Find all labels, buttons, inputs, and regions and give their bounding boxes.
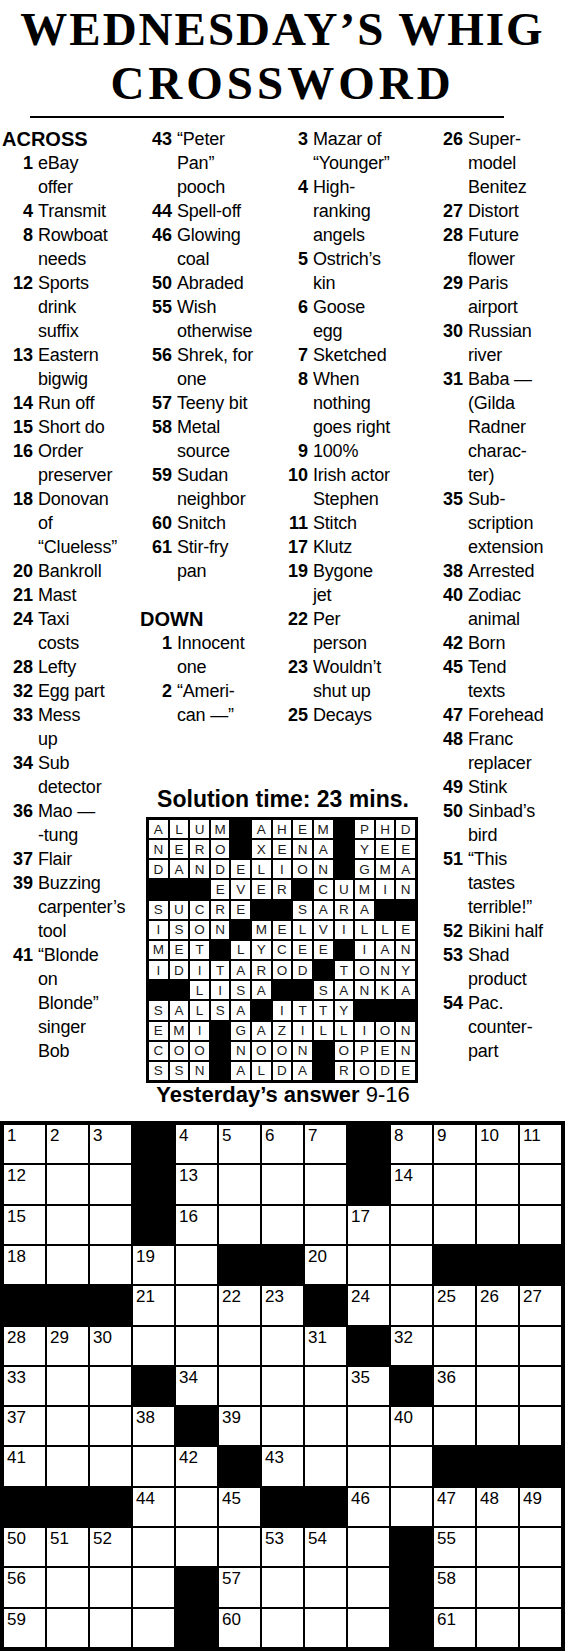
clue-57: 57Teeny bit bbox=[140, 391, 280, 415]
puzzle-cell[interactable] bbox=[261, 1326, 304, 1366]
clue-37: 37Flair bbox=[2, 847, 136, 871]
puzzle-cell[interactable]: 56 bbox=[3, 1567, 46, 1607]
puzzle-cell[interactable]: 6 bbox=[261, 1124, 304, 1164]
cell-number: 56 bbox=[7, 1569, 26, 1588]
clue-number: 35 bbox=[428, 487, 463, 511]
clue-46: 46Glowing coal bbox=[140, 223, 280, 271]
puzzle-cell[interactable]: 4 bbox=[175, 1124, 218, 1164]
puzzle-cell[interactable]: 38 bbox=[132, 1406, 175, 1446]
puzzle-cell[interactable]: 53 bbox=[261, 1527, 304, 1567]
clue-text: Order preserver bbox=[38, 439, 112, 487]
puzzle-cell[interactable]: 16 bbox=[175, 1205, 218, 1245]
puzzle-cell[interactable]: 44 bbox=[132, 1487, 175, 1527]
puzzle-cell-black bbox=[218, 1245, 261, 1285]
puzzle-cell[interactable] bbox=[519, 1366, 562, 1406]
clue-31: 31Baba — (Gilda Radner charac- ter) bbox=[428, 367, 565, 487]
puzzle-cell-black bbox=[390, 1608, 433, 1648]
puzzle-cell[interactable]: 61 bbox=[433, 1608, 476, 1648]
solution-cell: M bbox=[251, 920, 272, 940]
puzzle-cell[interactable] bbox=[132, 1527, 175, 1567]
clue-number: 53 bbox=[428, 943, 463, 967]
puzzle-cell[interactable] bbox=[476, 1567, 519, 1607]
clue-55: 55Wish otherwise bbox=[140, 295, 280, 343]
puzzle-cell[interactable] bbox=[132, 1567, 175, 1607]
solution-cell: K bbox=[375, 980, 396, 1000]
solution-cell: N bbox=[189, 1061, 210, 1081]
clue-number: 50 bbox=[428, 799, 463, 823]
clue-text: Wish otherwise bbox=[177, 295, 252, 343]
solution-cell-black bbox=[210, 940, 231, 960]
clue-4: 4High- ranking angels bbox=[282, 175, 422, 247]
puzzle-cell[interactable] bbox=[218, 1366, 261, 1406]
clue-text: Eastern bigwig bbox=[38, 343, 99, 391]
solution-grid: ALUMAHEMPHDNEROXENAYEEDANDELIONGMAEVERCU… bbox=[146, 817, 418, 1083]
puzzle-cell[interactable] bbox=[132, 1326, 175, 1366]
puzzle-cell[interactable] bbox=[175, 1527, 218, 1567]
puzzle-cell[interactable] bbox=[218, 1164, 261, 1204]
clue-34: 34Sub detector bbox=[2, 751, 136, 799]
puzzle-cell[interactable] bbox=[261, 1164, 304, 1204]
puzzle-cell[interactable]: 3 bbox=[89, 1124, 132, 1164]
solution-cell: Y bbox=[354, 839, 375, 859]
puzzle-cell[interactable] bbox=[175, 1245, 218, 1285]
clue-47: 47Forehead bbox=[428, 703, 565, 727]
solution-cell-black bbox=[169, 980, 190, 1000]
clue-text: Glowing coal bbox=[177, 223, 241, 271]
puzzle-cell[interactable] bbox=[519, 1608, 562, 1648]
puzzle-cell[interactable] bbox=[519, 1567, 562, 1607]
clue-text: Shad product bbox=[468, 943, 527, 991]
puzzle-cell[interactable] bbox=[347, 1406, 390, 1446]
clue-text: Stir-fry pan bbox=[177, 535, 228, 583]
clue-41: 41“Blonde on Blonde” singer Bob bbox=[2, 943, 136, 1063]
puzzle-cell[interactable]: 34 bbox=[175, 1366, 218, 1406]
puzzle-cell[interactable] bbox=[390, 1245, 433, 1285]
puzzle-cell[interactable] bbox=[46, 1366, 89, 1406]
clue-8: 8Rowboat needs bbox=[2, 223, 136, 271]
puzzle-cell[interactable]: 29 bbox=[46, 1326, 89, 1366]
puzzle-cell[interactable]: 22 bbox=[218, 1285, 261, 1325]
puzzle-cell[interactable] bbox=[390, 1487, 433, 1527]
clue-number: 21 bbox=[2, 583, 33, 607]
puzzle-cell[interactable]: 35 bbox=[347, 1366, 390, 1406]
puzzle-cell[interactable] bbox=[304, 1164, 347, 1204]
puzzle-cell[interactable]: 42 bbox=[175, 1446, 218, 1486]
puzzle-cell[interactable] bbox=[46, 1205, 89, 1245]
clue-43: 43“Peter Pan” pooch bbox=[140, 127, 280, 199]
clue-text: Sudan neighbor bbox=[177, 463, 245, 511]
clue-text: Abraded bbox=[177, 271, 244, 295]
clue-text: Distort bbox=[468, 199, 519, 223]
puzzle-cell-black bbox=[175, 1608, 218, 1648]
clue-number: 48 bbox=[428, 727, 463, 751]
puzzle-cell[interactable]: 24 bbox=[347, 1285, 390, 1325]
puzzle-cell[interactable]: 19 bbox=[132, 1245, 175, 1285]
solution-cell: I bbox=[189, 1021, 210, 1041]
puzzle-cell[interactable]: 52 bbox=[89, 1527, 132, 1567]
solution-cell: A bbox=[251, 819, 272, 839]
clue-text: Shrek, for one bbox=[177, 343, 253, 391]
cell-number: 4 bbox=[179, 1126, 188, 1145]
puzzle-cell[interactable] bbox=[433, 1164, 476, 1204]
clue-text: High- ranking angels bbox=[313, 175, 371, 247]
clue-9: 9100% bbox=[282, 439, 422, 463]
clue-number: 23 bbox=[282, 655, 308, 679]
puzzle-cell[interactable] bbox=[89, 1205, 132, 1245]
clue-10: 10Irish actor Stephen bbox=[282, 463, 422, 511]
cell-number: 48 bbox=[480, 1489, 499, 1508]
clue-5: 5Ostrich’s kin bbox=[282, 247, 422, 295]
puzzle-cell[interactable] bbox=[261, 1205, 304, 1245]
solution-cell: I bbox=[148, 960, 169, 980]
puzzle-cell[interactable]: 31 bbox=[304, 1326, 347, 1366]
solution-cell: A bbox=[251, 980, 272, 1000]
puzzle-cell[interactable]: 40 bbox=[390, 1406, 433, 1446]
puzzle-cell[interactable] bbox=[46, 1446, 89, 1486]
solution-cell: E bbox=[313, 940, 334, 960]
puzzle-cell[interactable] bbox=[46, 1567, 89, 1607]
puzzle-cell[interactable] bbox=[261, 1366, 304, 1406]
clue-text: Stitch bbox=[313, 511, 357, 535]
clue-text: Sports drink suffix bbox=[38, 271, 89, 343]
yesterday-answer-caption: Yesterday’s answer 9-16 bbox=[130, 1082, 436, 1108]
solution-cell: E bbox=[395, 1061, 416, 1081]
puzzle-cell[interactable] bbox=[132, 1608, 175, 1648]
cell-number: 39 bbox=[222, 1408, 241, 1427]
cell-number: 6 bbox=[265, 1126, 274, 1145]
clue-text: Forehead bbox=[468, 703, 543, 727]
puzzle-cell-black bbox=[347, 1164, 390, 1204]
solution-cell-black bbox=[313, 1041, 334, 1061]
puzzle-cell[interactable] bbox=[46, 1406, 89, 1446]
puzzle-cell[interactable]: 11 bbox=[519, 1124, 562, 1164]
puzzle-cell[interactable]: 10 bbox=[476, 1124, 519, 1164]
clue-number: 43 bbox=[140, 127, 172, 151]
clue-text: Franc replacer bbox=[468, 727, 531, 775]
solution-cell: O bbox=[375, 1021, 396, 1041]
puzzle-cell[interactable]: 8 bbox=[390, 1124, 433, 1164]
puzzle-cell[interactable] bbox=[476, 1608, 519, 1648]
solution-cell: A bbox=[292, 1061, 313, 1081]
puzzle-cell[interactable] bbox=[433, 1326, 476, 1366]
puzzle-cell[interactable] bbox=[89, 1245, 132, 1285]
solution-cell: O bbox=[354, 960, 375, 980]
solution-cell: E bbox=[375, 839, 396, 859]
clue-number: 34 bbox=[2, 751, 33, 775]
clue-number: 38 bbox=[428, 559, 463, 583]
puzzle-cell[interactable] bbox=[476, 1406, 519, 1446]
solution-cell: O bbox=[210, 839, 231, 859]
clue-text: Mao — -tung bbox=[38, 799, 95, 847]
puzzle-cell[interactable] bbox=[433, 1406, 476, 1446]
puzzle-cell[interactable] bbox=[476, 1527, 519, 1567]
solution-cell: D bbox=[169, 960, 190, 980]
puzzle-cell[interactable]: 47 bbox=[433, 1487, 476, 1527]
puzzle-cell[interactable]: 59 bbox=[3, 1608, 46, 1648]
puzzle-cell[interactable]: 41 bbox=[3, 1446, 46, 1486]
puzzle-cell[interactable]: 12 bbox=[3, 1164, 46, 1204]
puzzle-cell[interactable]: 27 bbox=[519, 1285, 562, 1325]
puzzle-cell-black bbox=[304, 1285, 347, 1325]
clue-text: Innocent one bbox=[177, 631, 244, 679]
puzzle-cell[interactable] bbox=[390, 1205, 433, 1245]
solution-cell: C bbox=[148, 1041, 169, 1061]
solution-cell: T bbox=[210, 960, 231, 980]
solution-cell: A bbox=[251, 1021, 272, 1041]
solution-cell-black bbox=[189, 879, 210, 899]
solution-cell: S bbox=[230, 980, 251, 1000]
clue-text: Irish actor Stephen bbox=[313, 463, 390, 511]
puzzle-cell[interactable] bbox=[347, 1527, 390, 1567]
puzzle-cell[interactable] bbox=[304, 1406, 347, 1446]
puzzle-cell[interactable] bbox=[261, 1406, 304, 1446]
puzzle-cell[interactable] bbox=[89, 1567, 132, 1607]
cell-number: 13 bbox=[179, 1166, 198, 1185]
clue-number: 39 bbox=[2, 871, 33, 895]
solution-cell-black bbox=[251, 900, 272, 920]
clue-text: “Blonde on Blonde” singer Bob bbox=[38, 943, 99, 1063]
puzzle-cell[interactable] bbox=[261, 1567, 304, 1607]
puzzle-cell[interactable] bbox=[347, 1608, 390, 1648]
clue-13: 13Eastern bigwig bbox=[2, 343, 136, 391]
solution-cell: N bbox=[395, 1021, 416, 1041]
puzzle-cell[interactable] bbox=[89, 1608, 132, 1648]
clue-number: 60 bbox=[140, 511, 172, 535]
puzzle-cell[interactable] bbox=[519, 1406, 562, 1446]
puzzle-cell[interactable]: 13 bbox=[175, 1164, 218, 1204]
solution-cell: I bbox=[272, 859, 293, 879]
solution-cell: I bbox=[354, 940, 375, 960]
cell-number: 36 bbox=[437, 1368, 456, 1387]
puzzle-cell-black bbox=[433, 1245, 476, 1285]
puzzle-cell[interactable] bbox=[89, 1406, 132, 1446]
solution-cell: R bbox=[251, 960, 272, 980]
puzzle-cell[interactable] bbox=[132, 1446, 175, 1486]
clue-number: 40 bbox=[428, 583, 463, 607]
clue-number: 57 bbox=[140, 391, 172, 415]
puzzle-cell-black bbox=[390, 1527, 433, 1567]
puzzle-cell[interactable]: 37 bbox=[3, 1406, 46, 1446]
solution-cell: O bbox=[272, 960, 293, 980]
puzzle-cell[interactable] bbox=[304, 1446, 347, 1486]
puzzle-cell[interactable] bbox=[218, 1527, 261, 1567]
clue-25: 25Decays bbox=[282, 703, 422, 727]
clue-number: 45 bbox=[428, 655, 463, 679]
puzzle-cell[interactable] bbox=[347, 1567, 390, 1607]
clue-text: Sinbad’s bird bbox=[468, 799, 535, 847]
puzzle-cell[interactable] bbox=[218, 1326, 261, 1366]
clue-number: 44 bbox=[140, 199, 172, 223]
puzzle-cell[interactable] bbox=[433, 1205, 476, 1245]
puzzle-cell[interactable] bbox=[476, 1205, 519, 1245]
clue-45: 45Tend texts bbox=[428, 655, 565, 703]
solution-cell-black bbox=[292, 980, 313, 1000]
puzzle-cell[interactable] bbox=[476, 1366, 519, 1406]
puzzle-cell[interactable] bbox=[46, 1164, 89, 1204]
puzzle-cell[interactable]: 23 bbox=[261, 1285, 304, 1325]
puzzle-cell[interactable]: 7 bbox=[304, 1124, 347, 1164]
page-title-line2: CROSSWORD bbox=[0, 56, 565, 110]
clue-1: 1Innocent one bbox=[140, 631, 280, 679]
puzzle-cell[interactable] bbox=[519, 1326, 562, 1366]
puzzle-cell[interactable]: 25 bbox=[433, 1285, 476, 1325]
cell-number: 5 bbox=[222, 1126, 231, 1145]
clue-text: Paris airport bbox=[468, 271, 518, 319]
solution-cell: L bbox=[189, 980, 210, 1000]
solution-cell: O bbox=[189, 1041, 210, 1061]
solution-cell: S bbox=[292, 900, 313, 920]
puzzle-cell[interactable] bbox=[519, 1205, 562, 1245]
puzzle-cell[interactable] bbox=[46, 1245, 89, 1285]
puzzle-cell[interactable] bbox=[519, 1527, 562, 1567]
puzzle-cell[interactable]: 1 bbox=[3, 1124, 46, 1164]
puzzle-cell[interactable]: 55 bbox=[433, 1527, 476, 1567]
puzzle-cell[interactable] bbox=[175, 1326, 218, 1366]
clue-text: Sketched bbox=[313, 343, 386, 367]
solution-cell-black bbox=[334, 839, 355, 859]
clue-23: 23Wouldn’t shut up bbox=[282, 655, 422, 703]
solution-cell: L bbox=[354, 920, 375, 940]
cell-number: 17 bbox=[351, 1207, 370, 1226]
puzzle-cell[interactable]: 28 bbox=[3, 1326, 46, 1366]
solution-cell: V bbox=[230, 879, 251, 899]
puzzle-cell[interactable]: 5 bbox=[218, 1124, 261, 1164]
solution-cell: L bbox=[251, 859, 272, 879]
solution-cell: Z bbox=[272, 1021, 293, 1041]
puzzle-cell[interactable]: 58 bbox=[433, 1567, 476, 1607]
solution-cell: E bbox=[230, 900, 251, 920]
puzzle-cell[interactable] bbox=[46, 1608, 89, 1648]
clue-17: 17Klutz bbox=[282, 535, 422, 559]
puzzle-cell[interactable] bbox=[304, 1366, 347, 1406]
clue-text: Lefty bbox=[38, 655, 76, 679]
puzzle-cell[interactable]: 54 bbox=[304, 1527, 347, 1567]
puzzle-cell[interactable] bbox=[218, 1205, 261, 1245]
puzzle-cell[interactable] bbox=[261, 1608, 304, 1648]
puzzle-cell[interactable] bbox=[390, 1285, 433, 1325]
solution-cell: E bbox=[169, 839, 190, 859]
cell-number: 33 bbox=[7, 1368, 26, 1387]
puzzle-cell[interactable]: 9 bbox=[433, 1124, 476, 1164]
cell-number: 24 bbox=[351, 1287, 370, 1306]
puzzle-cell[interactable]: 2 bbox=[46, 1124, 89, 1164]
puzzle-cell[interactable] bbox=[304, 1608, 347, 1648]
cell-number: 43 bbox=[265, 1448, 284, 1467]
puzzle-cell[interactable] bbox=[89, 1164, 132, 1204]
solution-cell: A bbox=[169, 859, 190, 879]
puzzle-cell[interactable]: 33 bbox=[3, 1366, 46, 1406]
puzzle-cell[interactable]: 26 bbox=[476, 1285, 519, 1325]
cell-number: 26 bbox=[480, 1287, 499, 1306]
solution-cell: D bbox=[148, 859, 169, 879]
puzzle-cell[interactable]: 36 bbox=[433, 1366, 476, 1406]
solution-cell-black bbox=[313, 1061, 334, 1081]
clue-text: Flair bbox=[38, 847, 72, 871]
puzzle-cell[interactable]: 49 bbox=[519, 1487, 562, 1527]
puzzle-cell[interactable]: 45 bbox=[218, 1487, 261, 1527]
puzzle-cell[interactable]: 48 bbox=[476, 1487, 519, 1527]
puzzle-cell[interactable]: 30 bbox=[89, 1326, 132, 1366]
puzzle-cell[interactable]: 51 bbox=[46, 1527, 89, 1567]
cell-number: 29 bbox=[50, 1328, 69, 1347]
puzzle-cell[interactable] bbox=[476, 1164, 519, 1204]
solution-cell: M bbox=[375, 859, 396, 879]
puzzle-cell[interactable]: 39 bbox=[218, 1406, 261, 1446]
solution-cell: A bbox=[375, 940, 396, 960]
solution-cell: M bbox=[169, 1021, 190, 1041]
puzzle-cell[interactable]: 21 bbox=[132, 1285, 175, 1325]
puzzle-cell[interactable] bbox=[476, 1326, 519, 1366]
cell-number: 49 bbox=[523, 1489, 542, 1508]
solution-cell: E bbox=[251, 879, 272, 899]
puzzle-cell[interactable] bbox=[390, 1446, 433, 1486]
puzzle-cell[interactable]: 57 bbox=[218, 1567, 261, 1607]
solution-cell-black bbox=[334, 859, 355, 879]
solution-cell: E bbox=[210, 879, 231, 899]
puzzle-cell[interactable]: 20 bbox=[304, 1245, 347, 1285]
puzzle-cell[interactable]: 50 bbox=[3, 1527, 46, 1567]
clue-11: 11Stitch bbox=[282, 511, 422, 535]
solution-cell: A bbox=[313, 900, 334, 920]
puzzle-cell[interactable] bbox=[89, 1446, 132, 1486]
puzzle-cell[interactable]: 15 bbox=[3, 1205, 46, 1245]
puzzle-cell[interactable] bbox=[175, 1487, 218, 1527]
solution-cell: O bbox=[354, 1061, 375, 1081]
clue-column-2: 43“Peter Pan” pooch44Spell-off46Glowing … bbox=[140, 127, 280, 727]
solution-cell: A bbox=[148, 819, 169, 839]
puzzle-cell[interactable] bbox=[175, 1285, 218, 1325]
clue-27: 27Distort bbox=[428, 199, 565, 223]
puzzle-cell[interactable] bbox=[304, 1205, 347, 1245]
cell-number: 42 bbox=[179, 1448, 198, 1467]
clue-number: 18 bbox=[2, 487, 33, 511]
clue-number: 28 bbox=[428, 223, 463, 247]
solution-cell: L bbox=[313, 1021, 334, 1041]
cell-number: 61 bbox=[437, 1610, 456, 1629]
puzzle-cell[interactable] bbox=[347, 1245, 390, 1285]
puzzle-cell-black bbox=[261, 1245, 304, 1285]
puzzle-cell[interactable]: 60 bbox=[218, 1608, 261, 1648]
solution-cell-black bbox=[169, 879, 190, 899]
solution-cell-black bbox=[230, 819, 251, 839]
solution-cell: A bbox=[395, 859, 416, 879]
puzzle-cell[interactable] bbox=[347, 1446, 390, 1486]
clue-text: Zodiac animal bbox=[468, 583, 521, 631]
puzzle-cell[interactable]: 46 bbox=[347, 1487, 390, 1527]
clue-61: 61Stir-fry pan bbox=[140, 535, 280, 583]
clue-number: 30 bbox=[428, 319, 463, 343]
puzzle-cell[interactable]: 14 bbox=[390, 1164, 433, 1204]
cell-number: 52 bbox=[93, 1529, 112, 1548]
clue-number: 54 bbox=[428, 991, 463, 1015]
puzzle-cell[interactable]: 18 bbox=[3, 1245, 46, 1285]
clue-number: 31 bbox=[428, 367, 463, 391]
cell-number: 22 bbox=[222, 1287, 241, 1306]
clue-text: 100% bbox=[313, 439, 358, 463]
puzzle-cell[interactable] bbox=[89, 1366, 132, 1406]
puzzle-cell[interactable]: 17 bbox=[347, 1205, 390, 1245]
puzzle-cell[interactable]: 43 bbox=[261, 1446, 304, 1486]
puzzle-cell[interactable] bbox=[519, 1164, 562, 1204]
clue-text: Buzzing carpenter’s tool bbox=[38, 871, 125, 943]
solution-cell-black bbox=[272, 900, 293, 920]
puzzle-cell-black bbox=[132, 1164, 175, 1204]
puzzle-cell[interactable] bbox=[304, 1567, 347, 1607]
clue-number: 52 bbox=[428, 919, 463, 943]
clue-number: 25 bbox=[282, 703, 308, 727]
solution-cell: E bbox=[292, 819, 313, 839]
puzzle-cell[interactable]: 32 bbox=[390, 1326, 433, 1366]
